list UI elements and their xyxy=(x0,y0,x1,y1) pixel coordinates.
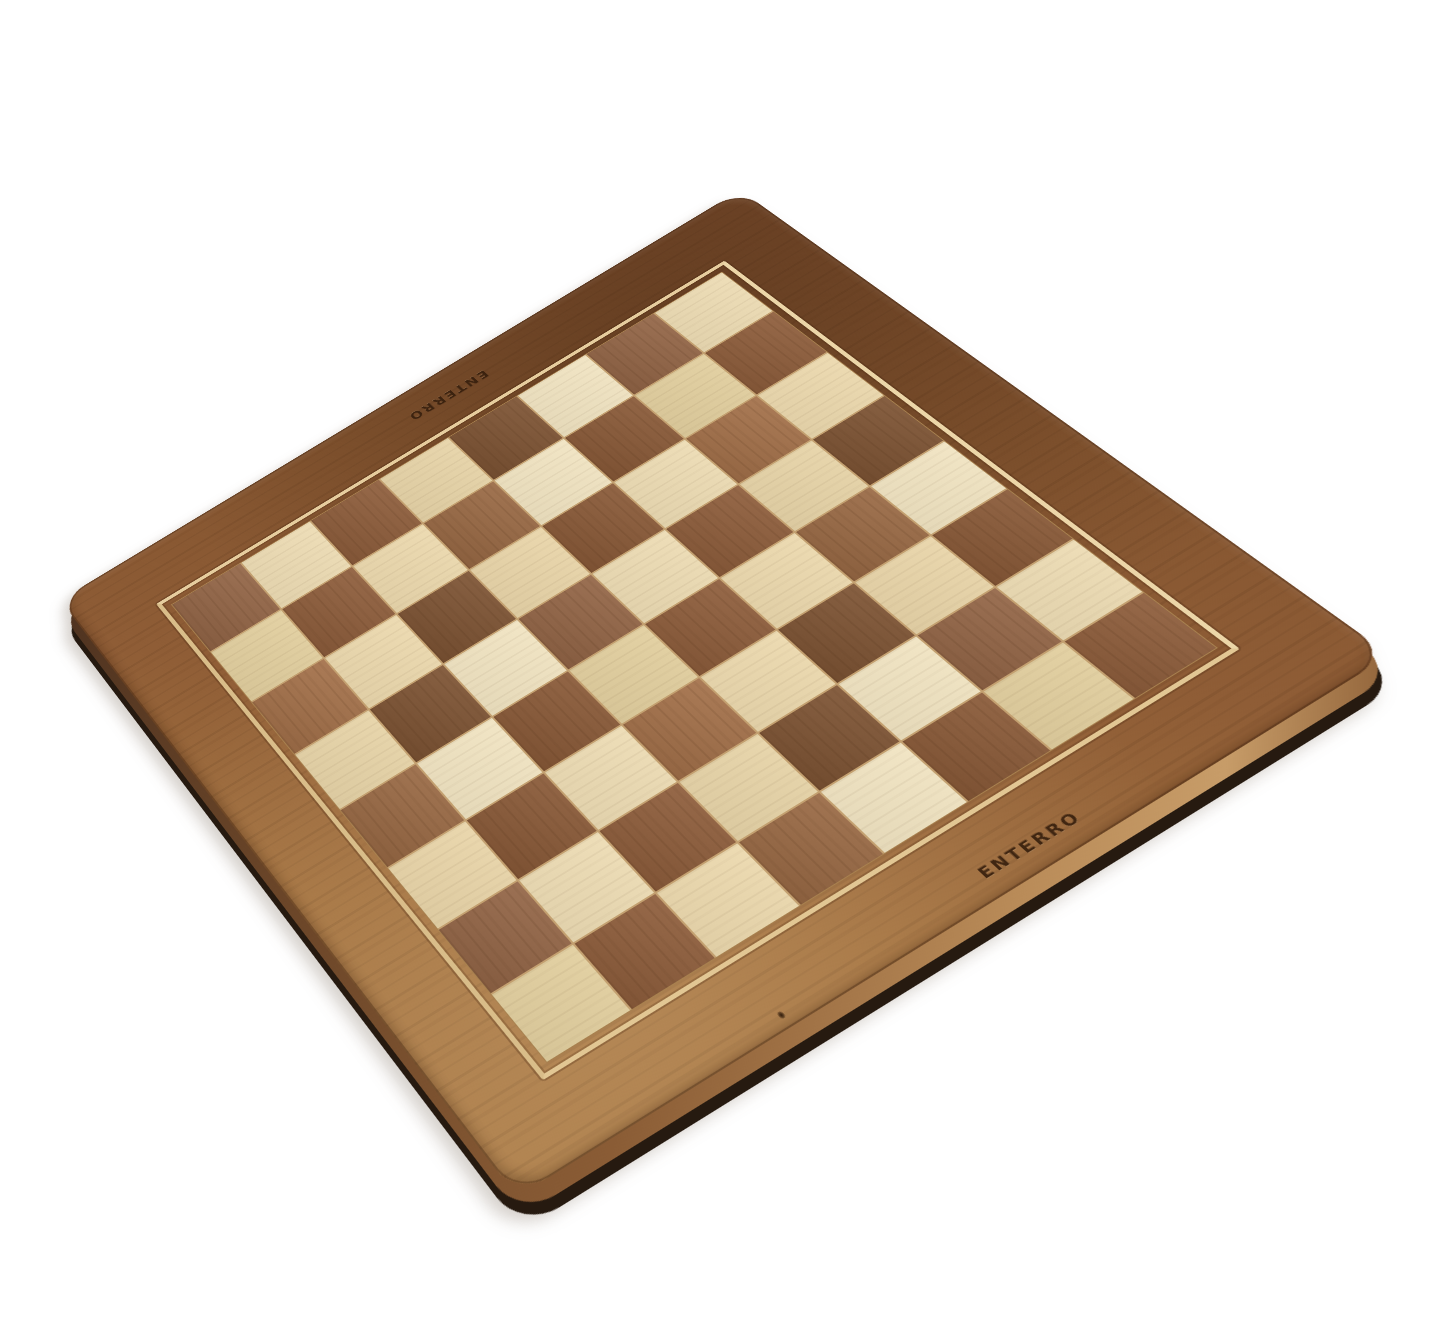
wood-knot xyxy=(776,1011,786,1020)
chessboard: ENTERRO ENTERRO xyxy=(60,190,1390,1197)
board-top-face: ENTERRO ENTERRO xyxy=(60,190,1390,1197)
playing-field xyxy=(171,272,1218,1063)
photo-stage: ENTERRO ENTERRO xyxy=(0,0,1445,1319)
